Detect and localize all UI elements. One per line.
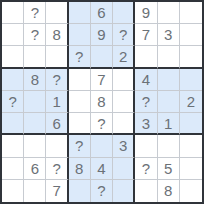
cell-r5c8[interactable]: [158, 91, 180, 113]
cell-r9c7[interactable]: [135, 180, 157, 202]
cell-r2c5[interactable]: 9: [91, 24, 113, 46]
cell-r3c8[interactable]: [158, 46, 180, 68]
cell-r6c1[interactable]: [2, 113, 24, 135]
cell-r3c2[interactable]: [24, 46, 46, 68]
cell-r7c2[interactable]: [24, 135, 46, 157]
cell-r5c2[interactable]: [24, 91, 46, 113]
cell-r5c6[interactable]: [113, 91, 135, 113]
cell-r8c9[interactable]: [180, 158, 202, 180]
cell-r3c9[interactable]: [180, 46, 202, 68]
cell-r9c8[interactable]: 8: [158, 180, 180, 202]
cell-r7c5[interactable]: [91, 135, 113, 157]
cell-r3c1[interactable]: [2, 46, 24, 68]
cell-r6c7[interactable]: 3: [135, 113, 157, 135]
cell-r1c4[interactable]: [69, 2, 91, 24]
cell-r7c9[interactable]: [180, 135, 202, 157]
cell-r3c3[interactable]: [46, 46, 68, 68]
cell-r7c4[interactable]: ?: [69, 135, 91, 157]
cell-r7c7[interactable]: [135, 135, 157, 157]
cell-r9c5[interactable]: ?: [91, 180, 113, 202]
cell-r2c9[interactable]: [180, 24, 202, 46]
cell-r8c4[interactable]: 8: [69, 158, 91, 180]
cell-r4c9[interactable]: [180, 69, 202, 91]
cell-r2c4[interactable]: [69, 24, 91, 46]
cell-r3c7[interactable]: [135, 46, 157, 68]
cell-r1c8[interactable]: [158, 2, 180, 24]
cell-r8c7[interactable]: ?: [135, 158, 157, 180]
cell-r6c3[interactable]: 6: [46, 113, 68, 135]
cell-r3c5[interactable]: [91, 46, 113, 68]
cell-r2c3[interactable]: 8: [46, 24, 68, 46]
cell-r9c2[interactable]: [24, 180, 46, 202]
cell-r4c3[interactable]: ?: [46, 69, 68, 91]
sudoku-board: ?69?89?73?28?74?18?26?31?36?84?57?8: [0, 0, 204, 204]
cell-r5c7[interactable]: ?: [135, 91, 157, 113]
cell-r3c6[interactable]: 2: [113, 46, 135, 68]
cell-r3c4[interactable]: ?: [69, 46, 91, 68]
cell-r1c7[interactable]: 9: [135, 2, 157, 24]
cell-r9c3[interactable]: 7: [46, 180, 68, 202]
cell-r7c6[interactable]: 3: [113, 135, 135, 157]
cell-r1c6[interactable]: [113, 2, 135, 24]
cell-r2c8[interactable]: 3: [158, 24, 180, 46]
cell-r8c2[interactable]: 6: [24, 158, 46, 180]
cell-r9c1[interactable]: [2, 180, 24, 202]
cell-r9c4[interactable]: [69, 180, 91, 202]
cell-r8c5[interactable]: 4: [91, 158, 113, 180]
cell-r2c7[interactable]: 7: [135, 24, 157, 46]
cell-r1c3[interactable]: [46, 2, 68, 24]
cell-r5c1[interactable]: ?: [2, 91, 24, 113]
cell-r1c5[interactable]: 6: [91, 2, 113, 24]
cell-r2c1[interactable]: [2, 24, 24, 46]
cell-r2c2[interactable]: ?: [24, 24, 46, 46]
cell-r4c6[interactable]: [113, 69, 135, 91]
cell-r5c4[interactable]: [69, 91, 91, 113]
cell-r4c4[interactable]: [69, 69, 91, 91]
cell-r6c2[interactable]: [24, 113, 46, 135]
cell-r8c1[interactable]: [2, 158, 24, 180]
cell-r4c2[interactable]: 8: [24, 69, 46, 91]
cell-r6c4[interactable]: [69, 113, 91, 135]
cell-r7c8[interactable]: [158, 135, 180, 157]
cell-r4c5[interactable]: 7: [91, 69, 113, 91]
cell-r6c9[interactable]: [180, 113, 202, 135]
cell-r9c6[interactable]: [113, 180, 135, 202]
cell-r1c2[interactable]: ?: [24, 2, 46, 24]
cell-r4c7[interactable]: 4: [135, 69, 157, 91]
cell-r6c8[interactable]: 1: [158, 113, 180, 135]
cell-r2c6[interactable]: ?: [113, 24, 135, 46]
cell-r5c3[interactable]: 1: [46, 91, 68, 113]
cell-r4c8[interactable]: [158, 69, 180, 91]
cell-r6c6[interactable]: [113, 113, 135, 135]
cell-r1c9[interactable]: [180, 2, 202, 24]
cell-r8c8[interactable]: 5: [158, 158, 180, 180]
cell-r4c1[interactable]: [2, 69, 24, 91]
cell-r7c3[interactable]: [46, 135, 68, 157]
cell-r5c5[interactable]: 8: [91, 91, 113, 113]
cell-r8c3[interactable]: ?: [46, 158, 68, 180]
cell-r9c9[interactable]: [180, 180, 202, 202]
cell-r1c1[interactable]: [2, 2, 24, 24]
cell-r8c6[interactable]: [113, 158, 135, 180]
cell-r7c1[interactable]: [2, 135, 24, 157]
cell-r6c5[interactable]: ?: [91, 113, 113, 135]
cell-r5c9[interactable]: 2: [180, 91, 202, 113]
